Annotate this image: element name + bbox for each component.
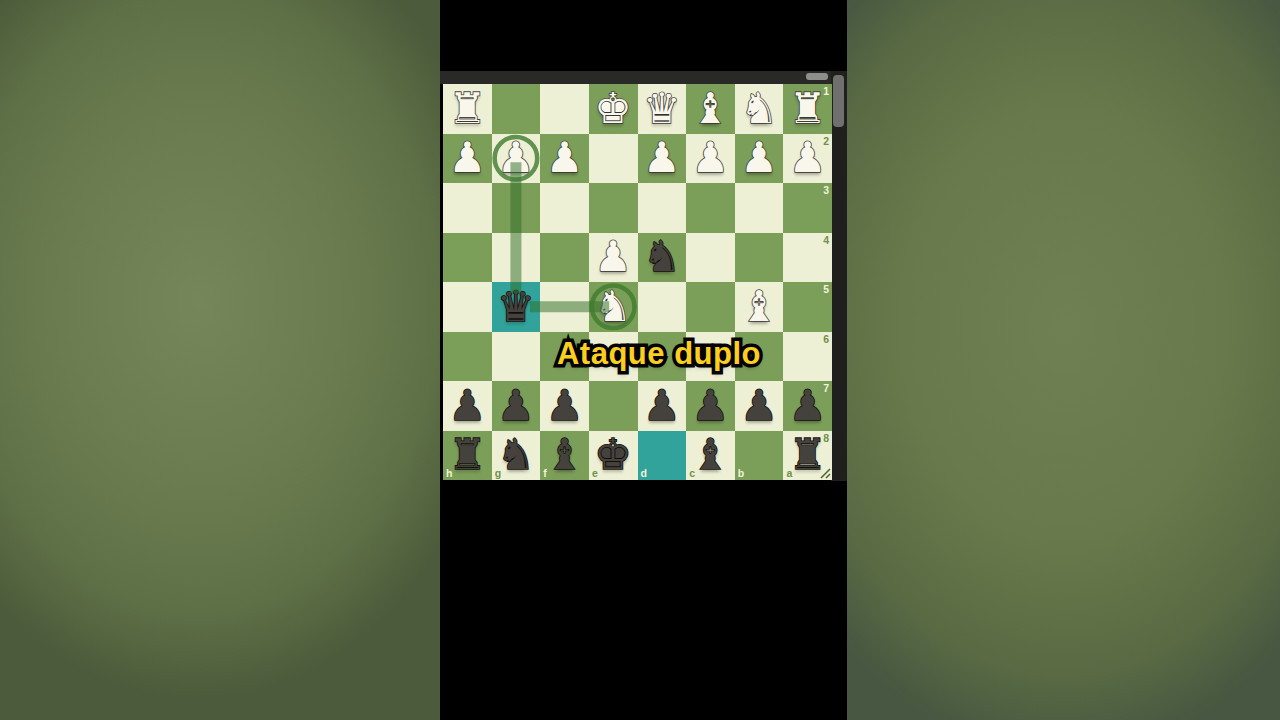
piece-wR-a1[interactable]: ♜ [789, 88, 827, 130]
square-h4[interactable] [443, 233, 492, 283]
square-c1[interactable]: ♝ [686, 84, 735, 134]
chess-board: ♜♚♛♝♞♜1♟♟♟♟♟♟♟23♟♞4♛♞♝56♟♟♟♟♟♟♟7♜h♞g♝f♚e… [443, 84, 832, 480]
piece-bN-g8[interactable]: ♞ [497, 434, 535, 476]
file-label-g: g [495, 467, 501, 479]
square-d4[interactable]: ♞ [638, 233, 687, 283]
square-e2[interactable] [589, 134, 638, 184]
browser-chrome-bar [440, 71, 847, 84]
square-b3[interactable] [735, 183, 784, 233]
square-b8[interactable]: b [735, 431, 784, 481]
square-a3[interactable]: 3 [783, 183, 832, 233]
video-column: ♜♚♛♝♞♜1♟♟♟♟♟♟♟23♟♞4♛♞♝56♟♟♟♟♟♟♟7♜h♞g♝f♚e… [440, 0, 847, 720]
square-b1[interactable]: ♞ [735, 84, 784, 134]
square-f3[interactable] [540, 183, 589, 233]
square-f2[interactable]: ♟ [540, 134, 589, 184]
square-h7[interactable]: ♟ [443, 381, 492, 431]
piece-wP-f2[interactable]: ♟ [546, 137, 584, 179]
horizontal-scrollbar-thumb[interactable] [806, 73, 828, 80]
square-d7[interactable]: ♟ [638, 381, 687, 431]
square-e1[interactable]: ♚ [589, 84, 638, 134]
piece-wP-g2[interactable]: ♟ [497, 137, 535, 179]
square-f5[interactable] [540, 282, 589, 332]
piece-bP-c7[interactable]: ♟ [692, 385, 730, 427]
square-a5[interactable]: 5 [783, 282, 832, 332]
square-e3[interactable] [589, 183, 638, 233]
piece-wR-h1[interactable]: ♜ [448, 88, 486, 130]
piece-wQ-d1[interactable]: ♛ [643, 88, 681, 130]
piece-bP-h7[interactable]: ♟ [448, 385, 486, 427]
vertical-scrollbar-track [831, 71, 847, 481]
piece-wN-e5[interactable]: ♞ [594, 286, 632, 328]
piece-bP-b7[interactable]: ♟ [740, 385, 778, 427]
square-a2[interactable]: ♟2 [783, 134, 832, 184]
rank-label-4: 4 [823, 234, 829, 246]
square-b7[interactable]: ♟ [735, 381, 784, 431]
piece-bN-d4[interactable]: ♞ [643, 236, 681, 278]
square-d8[interactable]: d [638, 431, 687, 481]
file-label-f: f [543, 467, 547, 479]
piece-bQ-g5[interactable]: ♛ [497, 286, 535, 328]
blurred-background-left [0, 0, 440, 720]
piece-bK-e8[interactable]: ♚ [594, 434, 632, 476]
square-c8[interactable]: ♝c [686, 431, 735, 481]
piece-bP-d7[interactable]: ♟ [643, 385, 681, 427]
square-b2[interactable]: ♟ [735, 134, 784, 184]
file-label-d: d [641, 467, 647, 479]
square-a7[interactable]: ♟7 [783, 381, 832, 431]
square-f8[interactable]: ♝f [540, 431, 589, 481]
piece-bP-a7[interactable]: ♟ [789, 385, 827, 427]
square-h3[interactable] [443, 183, 492, 233]
square-g3[interactable] [492, 183, 541, 233]
file-label-c: c [689, 467, 695, 479]
piece-wP-a2[interactable]: ♟ [789, 137, 827, 179]
square-g1[interactable] [492, 84, 541, 134]
piece-wB-c1[interactable]: ♝ [692, 88, 730, 130]
square-e8[interactable]: ♚e [589, 431, 638, 481]
file-label-a: a [786, 467, 792, 479]
square-b4[interactable] [735, 233, 784, 283]
square-c5[interactable] [686, 282, 735, 332]
square-g5[interactable]: ♛ [492, 282, 541, 332]
square-d2[interactable]: ♟ [638, 134, 687, 184]
square-c2[interactable]: ♟ [686, 134, 735, 184]
square-g8[interactable]: ♞g [492, 431, 541, 481]
square-g4[interactable] [492, 233, 541, 283]
square-a4[interactable]: 4 [783, 233, 832, 283]
piece-wP-b2[interactable]: ♟ [740, 137, 778, 179]
rank-label-3: 3 [823, 184, 829, 196]
piece-bP-g7[interactable]: ♟ [497, 385, 535, 427]
square-e5[interactable]: ♞ [589, 282, 638, 332]
board-resize-handle[interactable] [817, 465, 831, 479]
square-g2[interactable]: ♟ [492, 134, 541, 184]
piece-bP-f7[interactable]: ♟ [546, 385, 584, 427]
square-e4[interactable]: ♟ [589, 233, 638, 283]
piece-bR-h8[interactable]: ♜ [448, 434, 486, 476]
square-h6[interactable] [443, 332, 492, 382]
piece-wN-b1[interactable]: ♞ [740, 88, 778, 130]
square-h8[interactable]: ♜h [443, 431, 492, 481]
square-a6[interactable]: 6 [783, 332, 832, 382]
square-f4[interactable] [540, 233, 589, 283]
piece-wB-b5[interactable]: ♝ [740, 286, 778, 328]
square-h1[interactable]: ♜ [443, 84, 492, 134]
piece-wK-e1[interactable]: ♚ [594, 88, 632, 130]
square-g7[interactable]: ♟ [492, 381, 541, 431]
square-c7[interactable]: ♟ [686, 381, 735, 431]
square-c3[interactable] [686, 183, 735, 233]
rank-label-1: 1 [823, 85, 829, 97]
square-d1[interactable]: ♛ [638, 84, 687, 134]
square-d5[interactable] [638, 282, 687, 332]
rank-label-5: 5 [823, 283, 829, 295]
piece-bB-f8[interactable]: ♝ [546, 434, 584, 476]
square-c4[interactable] [686, 233, 735, 283]
square-g6[interactable] [492, 332, 541, 382]
rank-label-7: 7 [823, 382, 829, 394]
square-f7[interactable]: ♟ [540, 381, 589, 431]
square-e7[interactable] [589, 381, 638, 431]
file-label-e: e [592, 467, 598, 479]
rank-label-2: 2 [823, 135, 829, 147]
file-label-b: b [738, 467, 744, 479]
square-a1[interactable]: ♜1 [783, 84, 832, 134]
square-f1[interactable] [540, 84, 589, 134]
square-b5[interactable]: ♝ [735, 282, 784, 332]
square-d3[interactable] [638, 183, 687, 233]
square-h2[interactable]: ♟ [443, 134, 492, 184]
vertical-scrollbar-thumb[interactable] [833, 75, 844, 127]
piece-wP-e4[interactable]: ♟ [594, 236, 632, 278]
piece-wP-d2[interactable]: ♟ [643, 137, 681, 179]
square-h5[interactable] [443, 282, 492, 332]
piece-wP-h2[interactable]: ♟ [448, 137, 486, 179]
rank-label-6: 6 [823, 333, 829, 345]
video-caption: Ataque duplo [557, 336, 761, 372]
file-label-h: h [446, 467, 452, 479]
blurred-background-right [847, 0, 1280, 720]
piece-wP-c2[interactable]: ♟ [692, 137, 730, 179]
rank-label-8: 8 [823, 432, 829, 444]
piece-bB-c8[interactable]: ♝ [692, 434, 730, 476]
